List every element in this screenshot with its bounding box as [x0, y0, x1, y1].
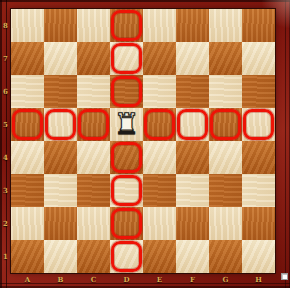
highlight-ring-d6 — [111, 76, 142, 107]
rank-label-7: 7 — [0, 42, 11, 75]
square-e1[interactable] — [143, 240, 176, 273]
square-h2[interactable] — [242, 207, 275, 240]
square-a1[interactable] — [11, 240, 44, 273]
square-e8[interactable] — [143, 9, 176, 42]
white-rook[interactable]: ♜ — [110, 108, 143, 141]
square-b3[interactable] — [44, 174, 77, 207]
square-f5[interactable] — [176, 108, 209, 141]
square-d1[interactable] — [110, 240, 143, 273]
file-label-g: G — [209, 273, 242, 288]
square-f3[interactable] — [176, 174, 209, 207]
rank-label-3: 3 — [0, 174, 11, 207]
highlight-ring-d4 — [111, 142, 142, 173]
selection-handle[interactable] — [281, 273, 288, 280]
square-c4[interactable] — [77, 141, 110, 174]
highlight-ring-d2 — [111, 208, 142, 239]
chess-diagram: ♜ 87654321 ABCDEFGH — [0, 0, 290, 288]
square-b1[interactable] — [44, 240, 77, 273]
square-h7[interactable] — [242, 42, 275, 75]
rank-label-2: 2 — [0, 207, 11, 240]
square-e5[interactable] — [143, 108, 176, 141]
square-d8[interactable] — [110, 9, 143, 42]
square-a8[interactable] — [11, 9, 44, 42]
square-e6[interactable] — [143, 75, 176, 108]
rank-label-1: 1 — [0, 240, 11, 273]
square-d4[interactable] — [110, 141, 143, 174]
square-c8[interactable] — [77, 9, 110, 42]
square-g3[interactable] — [209, 174, 242, 207]
square-f4[interactable] — [176, 141, 209, 174]
square-b2[interactable] — [44, 207, 77, 240]
square-g8[interactable] — [209, 9, 242, 42]
file-label-a: A — [11, 273, 44, 288]
highlight-ring-g5 — [210, 109, 241, 140]
rank-label-8: 8 — [0, 9, 11, 42]
square-g7[interactable] — [209, 42, 242, 75]
square-d5[interactable]: ♜ — [110, 108, 143, 141]
highlight-ring-b5 — [45, 109, 76, 140]
square-a7[interactable] — [11, 42, 44, 75]
square-b6[interactable] — [44, 75, 77, 108]
rank-label-5: 5 — [0, 108, 11, 141]
square-a3[interactable] — [11, 174, 44, 207]
highlight-ring-d1 — [111, 241, 142, 272]
file-label-b: B — [44, 273, 77, 288]
square-d3[interactable] — [110, 174, 143, 207]
square-b4[interactable] — [44, 141, 77, 174]
square-g4[interactable] — [209, 141, 242, 174]
square-a6[interactable] — [11, 75, 44, 108]
square-c1[interactable] — [77, 240, 110, 273]
square-a5[interactable] — [11, 108, 44, 141]
square-h3[interactable] — [242, 174, 275, 207]
square-f8[interactable] — [176, 9, 209, 42]
square-b8[interactable] — [44, 9, 77, 42]
square-h4[interactable] — [242, 141, 275, 174]
square-b7[interactable] — [44, 42, 77, 75]
highlight-ring-h5 — [243, 109, 274, 140]
square-e7[interactable] — [143, 42, 176, 75]
square-f6[interactable] — [176, 75, 209, 108]
highlight-ring-e5 — [144, 109, 175, 140]
highlight-ring-d3 — [111, 175, 142, 206]
square-a4[interactable] — [11, 141, 44, 174]
file-label-c: C — [77, 273, 110, 288]
square-c3[interactable] — [77, 174, 110, 207]
square-g5[interactable] — [209, 108, 242, 141]
square-e3[interactable] — [143, 174, 176, 207]
square-f1[interactable] — [176, 240, 209, 273]
square-c5[interactable] — [77, 108, 110, 141]
square-d7[interactable] — [110, 42, 143, 75]
highlight-ring-a5 — [12, 109, 43, 140]
board: ♜ — [11, 9, 275, 273]
square-g2[interactable] — [209, 207, 242, 240]
square-c2[interactable] — [77, 207, 110, 240]
file-label-f: F — [176, 273, 209, 288]
square-h1[interactable] — [242, 240, 275, 273]
rank-labels: 87654321 — [0, 9, 11, 273]
highlight-ring-c5 — [78, 109, 109, 140]
square-h6[interactable] — [242, 75, 275, 108]
highlight-ring-d8 — [111, 10, 142, 41]
square-d6[interactable] — [110, 75, 143, 108]
square-c6[interactable] — [77, 75, 110, 108]
rank-label-6: 6 — [0, 75, 11, 108]
square-f7[interactable] — [176, 42, 209, 75]
square-e4[interactable] — [143, 141, 176, 174]
file-labels: ABCDEFGH — [11, 273, 275, 288]
square-b5[interactable] — [44, 108, 77, 141]
highlight-ring-d7 — [111, 43, 142, 74]
square-c7[interactable] — [77, 42, 110, 75]
square-f2[interactable] — [176, 207, 209, 240]
square-g6[interactable] — [209, 75, 242, 108]
square-a2[interactable] — [11, 207, 44, 240]
file-label-d: D — [110, 273, 143, 288]
highlight-ring-f5 — [177, 109, 208, 140]
file-label-h: H — [242, 273, 275, 288]
rank-label-4: 4 — [0, 141, 11, 174]
square-e2[interactable] — [143, 207, 176, 240]
square-h5[interactable] — [242, 108, 275, 141]
file-label-e: E — [143, 273, 176, 288]
square-g1[interactable] — [209, 240, 242, 273]
square-h8[interactable] — [242, 9, 275, 42]
square-d2[interactable] — [110, 207, 143, 240]
